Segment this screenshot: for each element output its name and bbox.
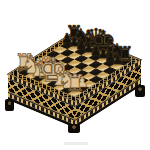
box-foot-right (135, 85, 145, 97)
white-rook-h1[interactable]: ♜ (65, 72, 86, 95)
chess-set-photo: ♜♞♝♛♚♝♞♜♟♟♟♟♟♟♟♟♟♟♟♟♟♟♟♟♜♞♝♛♚♝♞♜ (0, 0, 150, 150)
box-foot-front (68, 124, 80, 133)
black-pawn-h7[interactable]: ♟ (112, 54, 124, 68)
watermark (64, 142, 88, 145)
box-foot-left (5, 99, 14, 111)
